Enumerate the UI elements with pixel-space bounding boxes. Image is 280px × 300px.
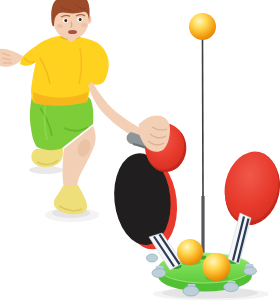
suction-cup-left (152, 269, 166, 278)
loose-ball-1 (177, 239, 203, 265)
suction-cup-bottom (183, 286, 199, 296)
cheek-left (57, 24, 63, 28)
right-arm (88, 82, 143, 137)
trainer-set (110, 13, 280, 296)
red-paddle-blade (218, 146, 280, 227)
eye-right-pupil (79, 18, 82, 21)
red-paddle-handle (228, 213, 251, 264)
left-arm-hand (0, 49, 23, 67)
ball-on-shaft (189, 13, 216, 40)
suction-cup-back-left (147, 254, 158, 262)
suction-cup-right (244, 267, 257, 275)
mouth (68, 30, 77, 34)
held-paddle-handle-butt (127, 133, 138, 144)
suction-cup-bottom-right (224, 283, 239, 292)
eye-left-pupil (64, 19, 67, 22)
loose-ball-2 (203, 253, 231, 281)
scene-canvas (0, 0, 280, 300)
product-photo (0, 0, 280, 300)
flexible-shaft (203, 39, 204, 196)
cheek-right (81, 23, 87, 27)
